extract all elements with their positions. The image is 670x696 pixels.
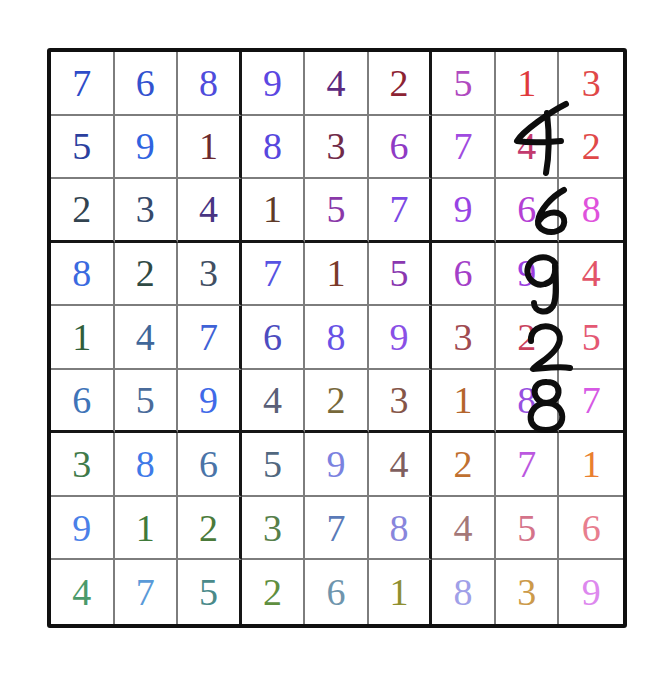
printed-digit: 8 — [326, 318, 345, 356]
printed-digit: 4 — [517, 127, 536, 165]
printed-digit: 7 — [263, 254, 282, 292]
cell-r3c1[interactable]: 2 — [51, 179, 115, 243]
printed-digit: 6 — [136, 64, 155, 102]
cell-r8c9[interactable]: 6 — [559, 497, 623, 561]
cell-r8c5[interactable]: 7 — [305, 497, 369, 561]
printed-digit: 4 — [454, 509, 473, 547]
printed-digit: 1 — [582, 445, 601, 483]
printed-digit: 5 — [390, 254, 409, 292]
printed-digit: 1 — [517, 64, 536, 102]
cell-r2c6[interactable]: 6 — [369, 116, 433, 180]
printed-digit: 6 — [326, 573, 345, 611]
printed-digit: 4 — [72, 573, 91, 611]
cell-r5c2[interactable]: 4 — [115, 306, 179, 370]
printed-digit: 9 — [199, 381, 218, 419]
cell-r9c3[interactable]: 5 — [178, 560, 242, 624]
cell-r8c6[interactable]: 8 — [369, 497, 433, 561]
cell-r8c1[interactable]: 9 — [51, 497, 115, 561]
cell-r5c8[interactable]: 2 — [496, 306, 560, 370]
cell-r7c4[interactable]: 5 — [242, 433, 306, 497]
printed-digit: 6 — [72, 381, 91, 419]
printed-digit: 7 — [582, 381, 601, 419]
printed-digit: 8 — [454, 573, 473, 611]
cell-r4c6[interactable]: 5 — [369, 243, 433, 307]
printed-digit: 9 — [582, 573, 601, 611]
printed-digit: 1 — [326, 254, 345, 292]
printed-digit: 2 — [136, 254, 155, 292]
cell-r8c4[interactable]: 3 — [242, 497, 306, 561]
printed-digit: 4 — [263, 381, 282, 419]
printed-digit: 4 — [582, 254, 601, 292]
cell-r4c9[interactable]: 4 — [559, 243, 623, 307]
cell-r9c6[interactable]: 1 — [369, 560, 433, 624]
printed-digit: 8 — [263, 127, 282, 165]
cell-r5c1[interactable]: 1 — [51, 306, 115, 370]
printed-digit: 8 — [136, 445, 155, 483]
cell-r8c8[interactable]: 5 — [496, 497, 560, 561]
cell-r4c1[interactable]: 8 — [51, 243, 115, 307]
printed-digit: 3 — [390, 381, 409, 419]
printed-digit: 2 — [199, 509, 218, 547]
cell-r1c3[interactable]: 8 — [178, 52, 242, 116]
printed-digit: 3 — [326, 127, 345, 165]
cell-r5c3[interactable]: 7 — [178, 306, 242, 370]
printed-digit: 6 — [582, 509, 601, 547]
cell-r3c4[interactable]: 1 — [242, 179, 306, 243]
cell-r6c6[interactable]: 3 — [369, 370, 433, 434]
cell-r1c9[interactable]: 3 — [559, 52, 623, 116]
printed-digit: 5 — [263, 445, 282, 483]
cell-r7c2[interactable]: 8 — [115, 433, 179, 497]
cell-r6c7[interactable]: 1 — [432, 370, 496, 434]
cell-r4c4[interactable]: 7 — [242, 243, 306, 307]
cell-r8c3[interactable]: 2 — [178, 497, 242, 561]
printed-digit: 2 — [582, 127, 601, 165]
printed-digit: 8 — [582, 190, 601, 228]
cell-r5c4[interactable]: 6 — [242, 306, 306, 370]
cell-r1c4[interactable]: 9 — [242, 52, 306, 116]
printed-digit: 4 — [326, 64, 345, 102]
cell-r2c2[interactable]: 9 — [115, 116, 179, 180]
printed-digit: 8 — [517, 381, 536, 419]
printed-digit: 4 — [390, 445, 409, 483]
cell-r9c4[interactable]: 2 — [242, 560, 306, 624]
cell-r2c4[interactable]: 8 — [242, 116, 306, 180]
printed-digit: 9 — [517, 254, 536, 292]
cell-r7c8[interactable]: 7 — [496, 433, 560, 497]
cell-r1c5[interactable]: 4 — [305, 52, 369, 116]
cell-r9c2[interactable]: 7 — [115, 560, 179, 624]
cell-r3c3[interactable]: 4 — [178, 179, 242, 243]
cell-r2c1[interactable]: 5 — [51, 116, 115, 180]
cell-r3c2[interactable]: 3 — [115, 179, 179, 243]
printed-digit: 7 — [454, 127, 473, 165]
printed-digit: 3 — [517, 573, 536, 611]
printed-digit: 2 — [72, 190, 91, 228]
cell-r7c1[interactable]: 3 — [51, 433, 115, 497]
cell-r1c6[interactable]: 2 — [369, 52, 433, 116]
printed-digit: 3 — [454, 318, 473, 356]
printed-digit: 1 — [199, 127, 218, 165]
cell-r1c2[interactable]: 6 — [115, 52, 179, 116]
printed-digit: 2 — [454, 445, 473, 483]
cell-r7c5[interactable]: 9 — [305, 433, 369, 497]
cell-r9c7[interactable]: 8 — [432, 560, 496, 624]
cell-r9c9[interactable]: 9 — [559, 560, 623, 624]
printed-digit: 7 — [199, 318, 218, 356]
sudoku-grid: 7689425135918367422341579688237156941476… — [47, 48, 627, 628]
printed-digit: 6 — [454, 254, 473, 292]
cell-r1c1[interactable]: 7 — [51, 52, 115, 116]
printed-digit: 9 — [72, 509, 91, 547]
cell-r1c7[interactable]: 5 — [432, 52, 496, 116]
printed-digit: 3 — [72, 445, 91, 483]
printed-digit: 3 — [136, 190, 155, 228]
printed-digit: 7 — [390, 190, 409, 228]
cell-r4c7[interactable]: 6 — [432, 243, 496, 307]
cell-r6c2[interactable]: 5 — [115, 370, 179, 434]
cell-r5c6[interactable]: 9 — [369, 306, 433, 370]
printed-digit: 7 — [326, 509, 345, 547]
printed-digit: 8 — [390, 509, 409, 547]
cell-r6c5[interactable]: 2 — [305, 370, 369, 434]
printed-digit: 8 — [199, 64, 218, 102]
printed-digit: 7 — [517, 445, 536, 483]
printed-digit: 6 — [263, 318, 282, 356]
cell-r2c8[interactable]: 4 — [496, 116, 560, 180]
printed-digit: 6 — [517, 190, 536, 228]
printed-digit: 9 — [136, 127, 155, 165]
cell-r5c9[interactable]: 5 — [559, 306, 623, 370]
cell-r5c5[interactable]: 8 — [305, 306, 369, 370]
cell-r1c8[interactable]: 1 — [496, 52, 560, 116]
cell-r8c7[interactable]: 4 — [432, 497, 496, 561]
cell-r2c9[interactable]: 2 — [559, 116, 623, 180]
cell-r4c2[interactable]: 2 — [115, 243, 179, 307]
cell-r9c1[interactable]: 4 — [51, 560, 115, 624]
printed-digit: 9 — [454, 190, 473, 228]
cell-r2c7[interactable]: 7 — [432, 116, 496, 180]
printed-digit: 3 — [199, 254, 218, 292]
cell-r7c7[interactable]: 2 — [432, 433, 496, 497]
cell-r2c5[interactable]: 3 — [305, 116, 369, 180]
printed-digit: 2 — [326, 381, 345, 419]
printed-digit: 1 — [390, 573, 409, 611]
printed-digit: 5 — [72, 127, 91, 165]
cell-r2c3[interactable]: 1 — [178, 116, 242, 180]
cell-r8c2[interactable]: 1 — [115, 497, 179, 561]
printed-digit: 8 — [72, 254, 91, 292]
sudoku-page: 7689425135918367422341579688237156941476… — [0, 0, 670, 696]
printed-digit: 5 — [517, 509, 536, 547]
printed-digit: 7 — [136, 573, 155, 611]
printed-digit: 1 — [263, 190, 282, 228]
printed-digit: 5 — [136, 381, 155, 419]
cell-r5c7[interactable]: 3 — [432, 306, 496, 370]
printed-digit: 3 — [582, 64, 601, 102]
printed-digit: 2 — [390, 64, 409, 102]
printed-digit: 6 — [390, 127, 409, 165]
cell-r3c9[interactable]: 8 — [559, 179, 623, 243]
printed-digit: 1 — [72, 318, 91, 356]
cell-r3c6[interactable]: 7 — [369, 179, 433, 243]
printed-digit: 5 — [326, 190, 345, 228]
cell-r4c8[interactable]: 9 — [496, 243, 560, 307]
printed-digit: 9 — [390, 318, 409, 356]
printed-digit: 9 — [326, 445, 345, 483]
cell-r4c5[interactable]: 1 — [305, 243, 369, 307]
cell-r6c9[interactable]: 7 — [559, 370, 623, 434]
printed-digit: 1 — [454, 381, 473, 419]
printed-digit: 9 — [263, 64, 282, 102]
printed-digit: 5 — [199, 573, 218, 611]
printed-digit: 5 — [582, 318, 601, 356]
cell-r9c5[interactable]: 6 — [305, 560, 369, 624]
cell-r6c8[interactable]: 8 — [496, 370, 560, 434]
cell-r6c3[interactable]: 9 — [178, 370, 242, 434]
printed-digit: 6 — [199, 445, 218, 483]
printed-digit: 1 — [136, 509, 155, 547]
cell-r7c3[interactable]: 6 — [178, 433, 242, 497]
cell-r3c5[interactable]: 5 — [305, 179, 369, 243]
printed-digit: 5 — [454, 64, 473, 102]
cell-r6c1[interactable]: 6 — [51, 370, 115, 434]
cell-r3c7[interactable]: 9 — [432, 179, 496, 243]
cell-r7c6[interactable]: 4 — [369, 433, 433, 497]
cell-r4c3[interactable]: 3 — [178, 243, 242, 307]
printed-digit: 7 — [72, 64, 91, 102]
printed-digit: 4 — [136, 318, 155, 356]
printed-digit: 2 — [263, 573, 282, 611]
cell-r7c9[interactable]: 1 — [559, 433, 623, 497]
printed-digit: 3 — [263, 509, 282, 547]
cell-r9c8[interactable]: 3 — [496, 560, 560, 624]
printed-digit: 2 — [517, 318, 536, 356]
cell-r3c8[interactable]: 6 — [496, 179, 560, 243]
printed-digit: 4 — [199, 190, 218, 228]
cell-r6c4[interactable]: 4 — [242, 370, 306, 434]
